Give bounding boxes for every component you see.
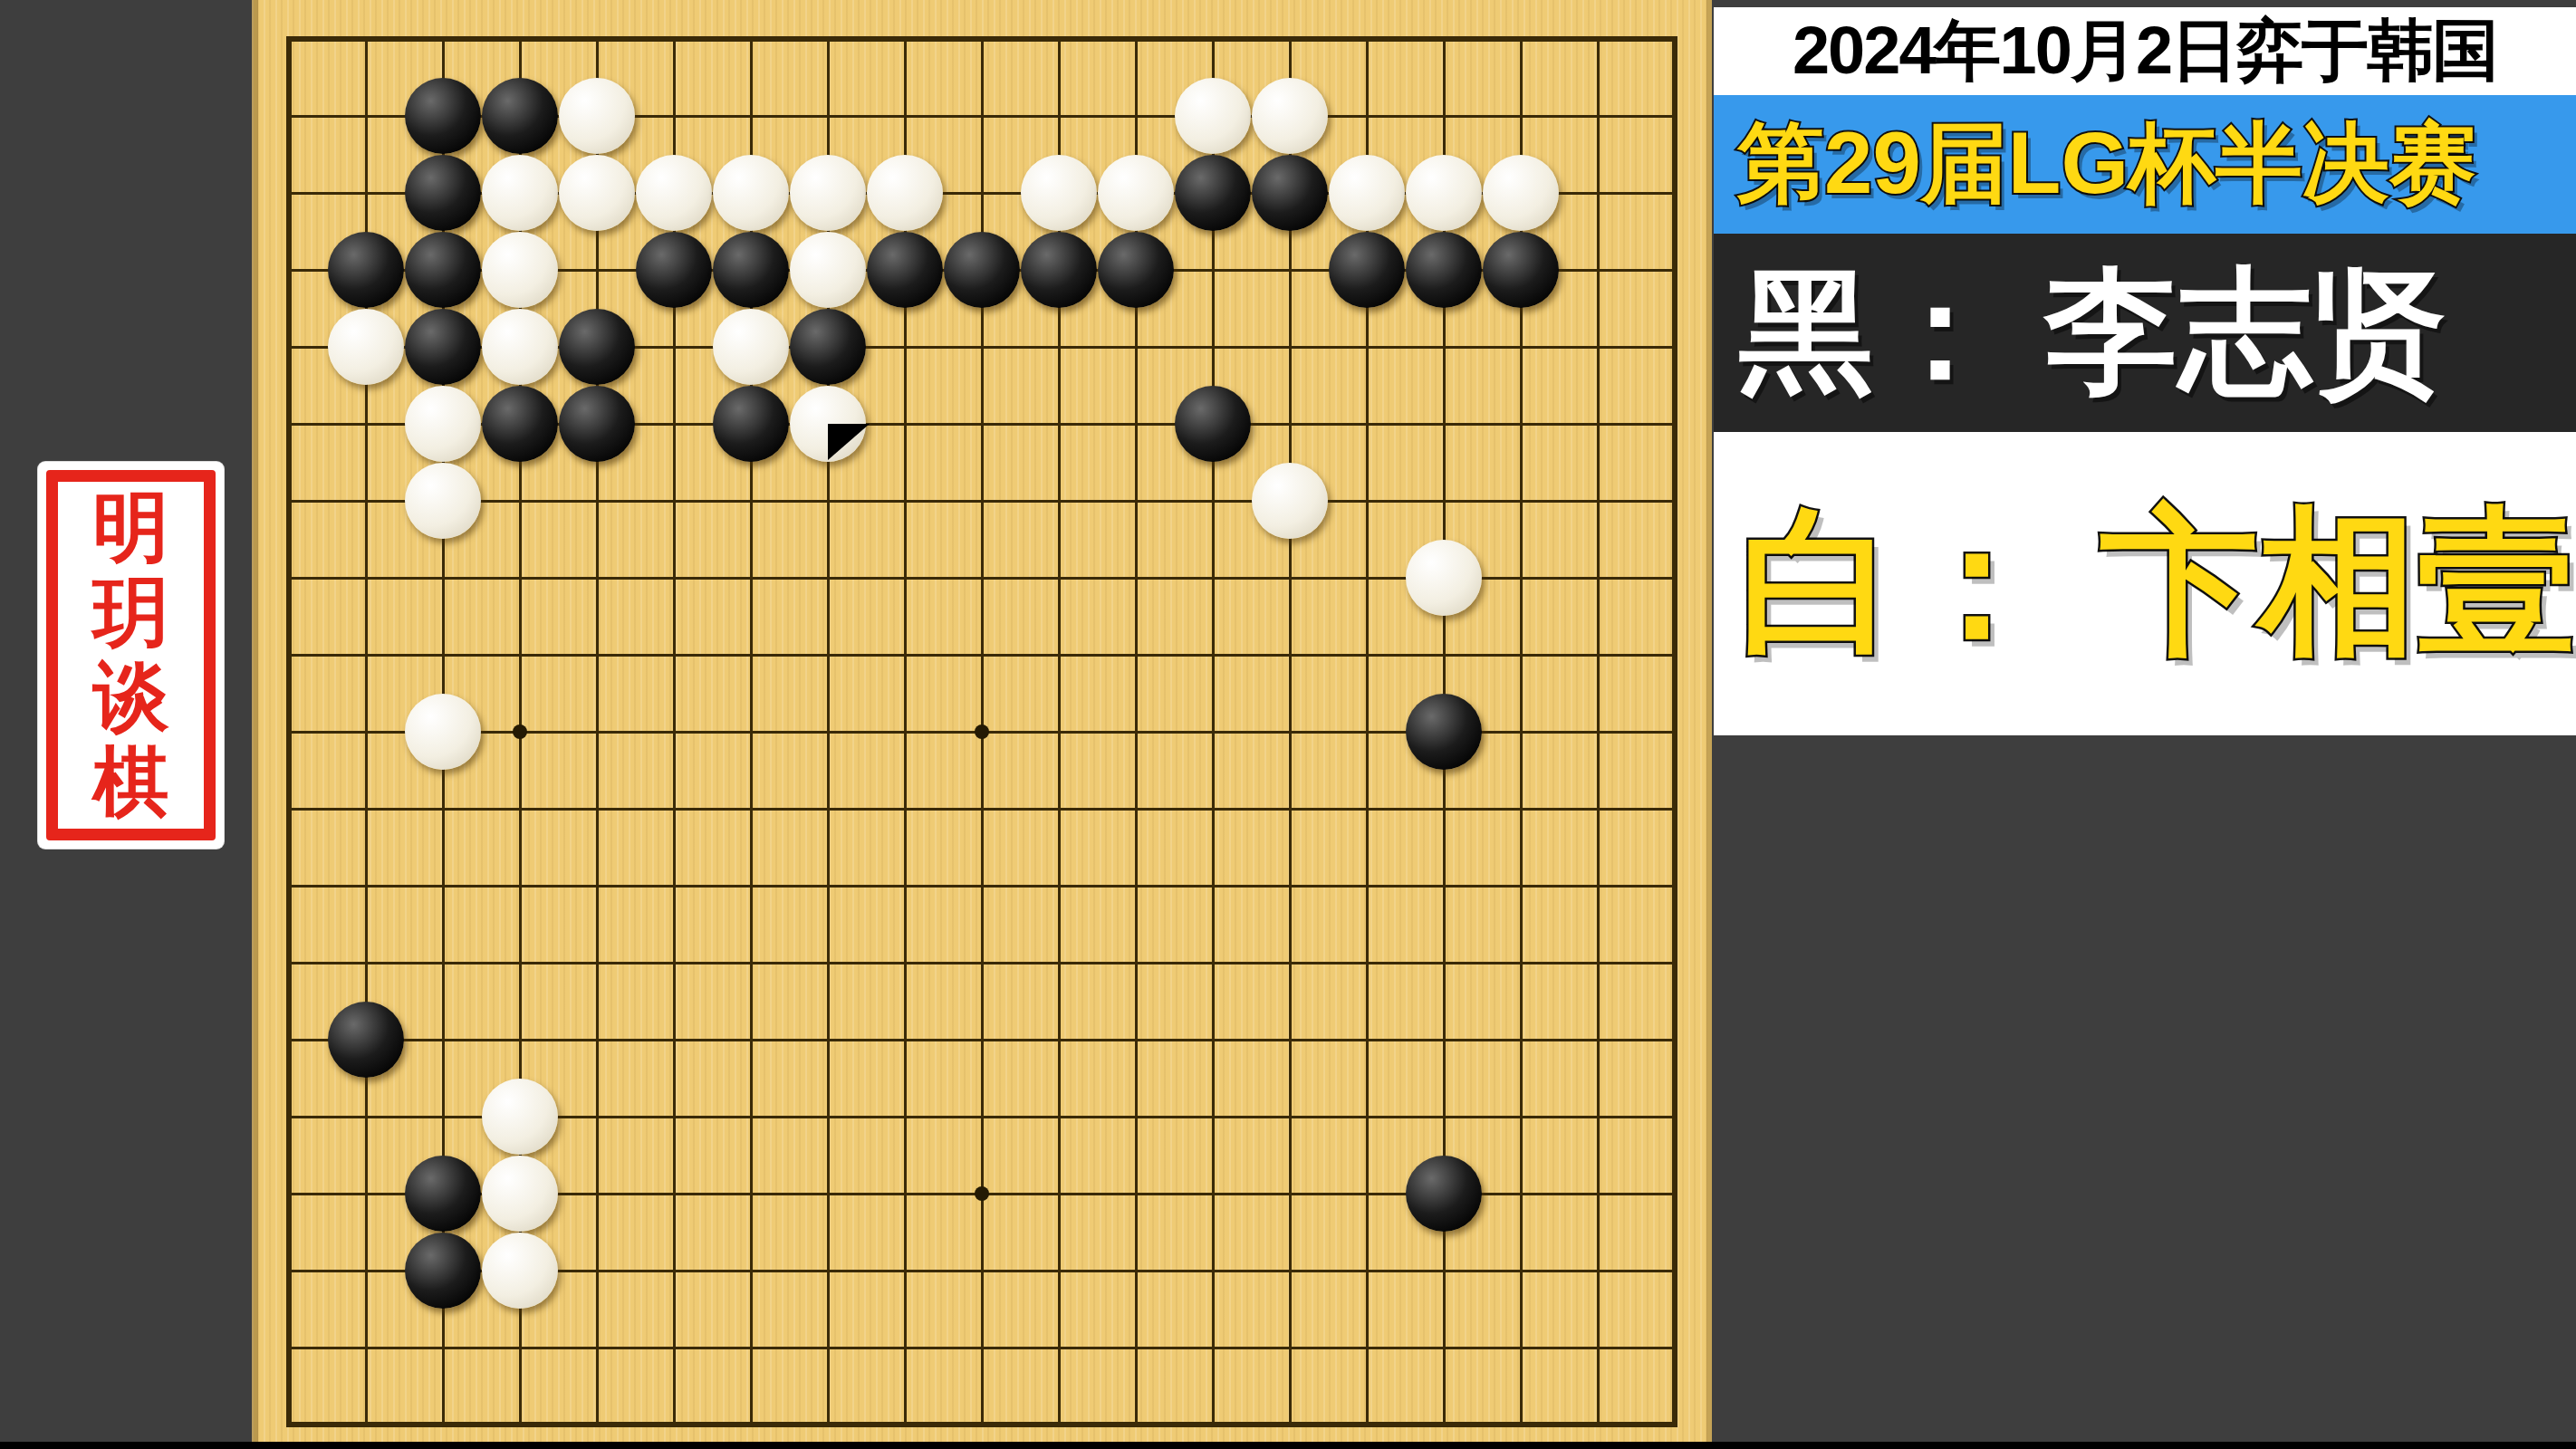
star-point xyxy=(975,1186,989,1201)
black-stone xyxy=(1483,232,1559,308)
white-stone xyxy=(1098,155,1174,231)
black-stone xyxy=(944,232,1020,308)
grid-line-vertical xyxy=(1672,36,1677,1427)
info-panel: 2024年10月2日弈于韩国 第29届LG杯半决赛 黑： 李志贤 白： 卞相壹 xyxy=(1714,0,2576,1449)
black-stone xyxy=(790,309,866,385)
black-stone xyxy=(867,232,943,308)
white-stone xyxy=(1252,78,1328,154)
white-stone xyxy=(405,463,481,539)
grid-line-vertical xyxy=(1289,36,1292,1427)
black-stone xyxy=(559,386,635,462)
black-stone xyxy=(1329,232,1405,308)
black-stone xyxy=(1406,694,1482,770)
black-stone xyxy=(482,386,558,462)
black-stone xyxy=(1175,155,1251,231)
black-stone xyxy=(482,78,558,154)
black-stone xyxy=(328,1002,404,1078)
grid-line-horizontal xyxy=(286,808,1677,811)
event-text: 第29届LG杯半决赛 xyxy=(1737,106,2476,224)
black-stone xyxy=(405,155,481,231)
white-stone xyxy=(482,1156,558,1232)
black-stone xyxy=(405,309,481,385)
black-stone xyxy=(1021,232,1097,308)
black-stone xyxy=(328,232,404,308)
black-stone xyxy=(405,78,481,154)
black-stone xyxy=(636,232,712,308)
white-stone xyxy=(790,232,866,308)
white-stone xyxy=(713,155,789,231)
white-stone xyxy=(1483,155,1559,231)
white-stone xyxy=(559,78,635,154)
white-stone xyxy=(482,1233,558,1309)
grid-line-horizontal xyxy=(286,962,1677,964)
white-stone xyxy=(790,155,866,231)
white-stone xyxy=(1329,155,1405,231)
black-stone xyxy=(559,309,635,385)
white-stone xyxy=(1252,463,1328,539)
white-stone xyxy=(713,309,789,385)
grid-line-vertical xyxy=(1597,36,1600,1427)
white-stone xyxy=(1175,78,1251,154)
white-player-bar: 白： 卞相壹 xyxy=(1714,432,2576,735)
board-left-edge-shadow xyxy=(252,0,258,1449)
white-stone xyxy=(1406,540,1482,616)
board-right-edge-shadow xyxy=(1706,0,1712,1449)
white-stone xyxy=(1021,155,1097,231)
white-stone xyxy=(482,1079,558,1155)
star-point xyxy=(975,724,989,739)
page: { "game": "Go (weiqi / baduk), 19x19 ful… xyxy=(0,0,2576,1449)
banner-char-4: 棋 xyxy=(93,744,169,820)
grid-line-vertical xyxy=(1212,36,1215,1427)
black-stone xyxy=(1406,1156,1482,1232)
banner-char-1: 明 xyxy=(93,490,169,566)
black-stone xyxy=(405,232,481,308)
black-stone xyxy=(405,1156,481,1232)
black-stone xyxy=(405,1233,481,1309)
black-player-text: 黑： 李志贤 xyxy=(1739,243,2446,424)
white-stone xyxy=(1406,155,1482,231)
black-stone xyxy=(713,232,789,308)
white-stone xyxy=(559,155,635,231)
star-point xyxy=(513,724,527,739)
grid-line-horizontal xyxy=(286,1422,1677,1427)
banner-char-2: 玥 xyxy=(93,575,169,651)
go-board xyxy=(252,0,1712,1449)
date-text: 2024年10月2日弈于韩国 xyxy=(1793,7,2497,95)
black-stone xyxy=(1175,386,1251,462)
white-stone xyxy=(328,309,404,385)
date-bar: 2024年10月2日弈于韩国 xyxy=(1714,7,2576,95)
bottom-black-strip xyxy=(0,1442,2576,1449)
white-stone xyxy=(636,155,712,231)
white-stone xyxy=(867,155,943,231)
grid-line-horizontal xyxy=(286,1347,1677,1349)
white-stone xyxy=(405,694,481,770)
black-stone xyxy=(713,386,789,462)
black-stone xyxy=(1252,155,1328,231)
black-stone xyxy=(1098,232,1174,308)
white-stone xyxy=(405,386,481,462)
black-player-bar: 黑： 李志贤 xyxy=(1714,234,2576,432)
white-stone xyxy=(482,309,558,385)
event-bar: 第29届LG杯半决赛 xyxy=(1714,95,2576,234)
banner-char-3: 谈 xyxy=(93,659,169,735)
black-stone xyxy=(1406,232,1482,308)
grid-line-horizontal xyxy=(286,1039,1677,1041)
channel-banner-border: 明 玥 谈 棋 xyxy=(46,470,216,840)
grid-line-horizontal xyxy=(286,885,1677,888)
white-stone xyxy=(482,155,558,231)
white-player-text: 白： 卞相壹 xyxy=(1739,476,2576,691)
channel-banner: 明 玥 谈 棋 xyxy=(38,462,224,849)
white-stone xyxy=(482,232,558,308)
